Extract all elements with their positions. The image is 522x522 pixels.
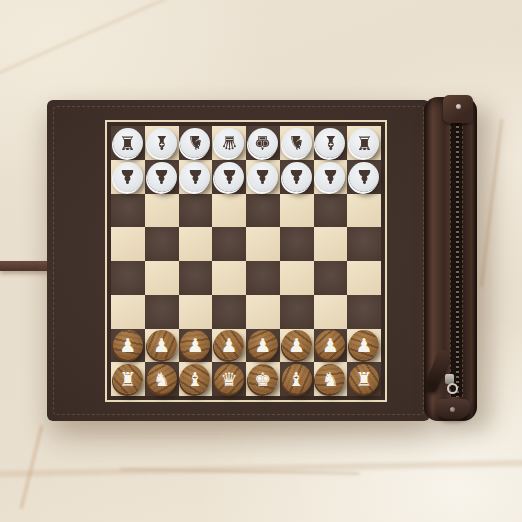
black-p-glyph: ♟ — [187, 167, 204, 186]
square-e8[interactable]: ♚ — [246, 126, 280, 160]
square-d7[interactable]: ♟ — [212, 160, 246, 194]
white-n-glyph: ♞ — [322, 370, 339, 389]
white-p-glyph: ♟ — [322, 336, 339, 355]
square-b3[interactable] — [145, 295, 179, 329]
zipper-ring-icon[interactable] — [447, 383, 458, 394]
square-h6[interactable] — [347, 194, 381, 228]
piece-black-r-a8[interactable]: ♜ — [113, 128, 143, 158]
square-g8[interactable]: ♝ — [314, 126, 348, 160]
piece-black-p-a7[interactable]: ♟ — [113, 162, 143, 192]
square-b8[interactable]: ♝ — [145, 126, 179, 160]
square-c1[interactable]: ♝ — [179, 362, 213, 396]
zipper-track-icon — [450, 121, 463, 397]
square-c2[interactable]: ♟ — [179, 329, 213, 363]
leather-chess-roll-mat: ♜♝♞♛♚♞♝♜♟♟♟♟♟♟♟♟♟♟♟♟♟♟♟♟♜♞♝♛♚♝♞♜ — [47, 100, 430, 421]
piece-white-r-a1[interactable]: ♜ — [113, 364, 143, 394]
marble-vein — [480, 118, 504, 287]
white-p-glyph: ♟ — [119, 336, 136, 355]
square-a7[interactable]: ♟ — [111, 160, 145, 194]
black-k-glyph: ♚ — [254, 133, 271, 152]
square-b7[interactable]: ♟ — [145, 160, 179, 194]
square-d3[interactable] — [212, 295, 246, 329]
piece-black-p-d7[interactable]: ♟ — [214, 162, 244, 192]
marble-vein — [0, 460, 522, 476]
black-r-glyph: ♜ — [119, 133, 136, 152]
square-c5[interactable] — [179, 227, 213, 261]
piece-white-n-g1[interactable]: ♞ — [315, 364, 345, 394]
piece-white-n-b1[interactable]: ♞ — [147, 364, 177, 394]
black-b-glyph: ♝ — [322, 133, 339, 152]
piece-black-q-d8[interactable]: ♛ — [214, 128, 244, 158]
square-g4[interactable] — [314, 261, 348, 295]
square-f5[interactable] — [280, 227, 314, 261]
square-b1[interactable]: ♞ — [145, 362, 179, 396]
square-g6[interactable] — [314, 194, 348, 228]
board-frame: ♜♝♞♛♚♞♝♜♟♟♟♟♟♟♟♟♟♟♟♟♟♟♟♟♜♞♝♛♚♝♞♜ — [105, 120, 387, 402]
square-a8[interactable]: ♜ — [111, 126, 145, 160]
chess-roll-product-photo: ♜♝♞♛♚♞♝♜♟♟♟♟♟♟♟♟♟♟♟♟♟♟♟♟♜♞♝♛♚♝♞♜ — [0, 0, 522, 522]
square-c8[interactable]: ♞ — [179, 126, 213, 160]
square-a5[interactable] — [111, 227, 145, 261]
square-b6[interactable] — [145, 194, 179, 228]
zipper-pouch-tube — [424, 97, 477, 421]
square-e1[interactable]: ♚ — [246, 362, 280, 396]
piece-white-p-e2[interactable]: ♟ — [248, 330, 278, 360]
rivet-icon — [456, 104, 461, 109]
piece-white-p-b2[interactable]: ♟ — [147, 330, 177, 360]
square-h2[interactable]: ♟ — [347, 329, 381, 363]
black-p-glyph: ♟ — [254, 167, 271, 186]
square-g1[interactable]: ♞ — [314, 362, 348, 396]
zipper-top-stop — [443, 95, 473, 123]
white-r-glyph: ♜ — [119, 370, 136, 389]
square-a3[interactable] — [111, 295, 145, 329]
marble-vein — [0, 0, 170, 76]
square-e7[interactable]: ♟ — [246, 160, 280, 194]
square-d8[interactable]: ♛ — [212, 126, 246, 160]
white-b-glyph: ♝ — [187, 370, 204, 389]
white-p-glyph: ♟ — [153, 336, 170, 355]
black-p-glyph: ♟ — [356, 167, 373, 186]
piece-black-p-g7[interactable]: ♟ — [315, 162, 345, 192]
piece-black-p-b7[interactable]: ♟ — [147, 162, 177, 192]
square-h5[interactable] — [347, 227, 381, 261]
square-h4[interactable] — [347, 261, 381, 295]
piece-white-p-h2[interactable]: ♟ — [349, 330, 379, 360]
square-e3[interactable] — [246, 295, 280, 329]
square-d1[interactable]: ♛ — [212, 362, 246, 396]
square-b2[interactable]: ♟ — [145, 329, 179, 363]
square-c4[interactable] — [179, 261, 213, 295]
black-p-glyph: ♟ — [288, 167, 305, 186]
square-d4[interactable] — [212, 261, 246, 295]
marble-vein — [20, 425, 44, 509]
piece-white-p-a2[interactable]: ♟ — [113, 330, 143, 360]
square-h3[interactable] — [347, 295, 381, 329]
square-c6[interactable] — [179, 194, 213, 228]
square-f2[interactable]: ♟ — [280, 329, 314, 363]
piece-white-p-f2[interactable]: ♟ — [282, 330, 312, 360]
black-b-glyph: ♝ — [153, 133, 170, 152]
square-e5[interactable] — [246, 227, 280, 261]
square-f3[interactable] — [280, 295, 314, 329]
piece-white-q-d1[interactable]: ♛ — [214, 364, 244, 394]
square-h1[interactable]: ♜ — [347, 362, 381, 396]
square-f1[interactable]: ♝ — [280, 362, 314, 396]
square-h7[interactable]: ♟ — [347, 160, 381, 194]
white-b-glyph: ♝ — [288, 370, 305, 389]
square-g3[interactable] — [314, 295, 348, 329]
piece-black-b-b8[interactable]: ♝ — [147, 128, 177, 158]
white-n-glyph: ♞ — [153, 370, 170, 389]
square-g7[interactable]: ♟ — [314, 160, 348, 194]
piece-white-b-f1[interactable]: ♝ — [282, 364, 312, 394]
square-h8[interactable]: ♜ — [347, 126, 381, 160]
black-q-glyph: ♛ — [221, 133, 238, 152]
black-p-glyph: ♟ — [322, 167, 339, 186]
square-d6[interactable] — [212, 194, 246, 228]
square-c7[interactable]: ♟ — [179, 160, 213, 194]
rivet-icon — [450, 407, 455, 412]
square-g5[interactable] — [314, 227, 348, 261]
piece-black-p-h7[interactable]: ♟ — [349, 162, 379, 192]
piece-white-p-d2[interactable]: ♟ — [214, 330, 244, 360]
piece-black-p-e7[interactable]: ♟ — [248, 162, 278, 192]
square-a1[interactable]: ♜ — [111, 362, 145, 396]
piece-white-k-e1[interactable]: ♚ — [248, 364, 278, 394]
piece-black-n-c8[interactable]: ♞ — [180, 128, 210, 158]
square-d5[interactable] — [212, 227, 246, 261]
piece-white-r-h1[interactable]: ♜ — [349, 364, 379, 394]
white-p-glyph: ♟ — [221, 336, 238, 355]
piece-black-p-c7[interactable]: ♟ — [180, 162, 210, 192]
black-p-glyph: ♟ — [153, 167, 170, 186]
black-n-glyph: ♞ — [187, 133, 204, 152]
square-f7[interactable]: ♟ — [280, 160, 314, 194]
white-p-glyph: ♟ — [288, 336, 305, 355]
square-e4[interactable] — [246, 261, 280, 295]
piece-black-r-h8[interactable]: ♜ — [349, 128, 379, 158]
square-a6[interactable] — [111, 194, 145, 228]
piece-black-k-e8[interactable]: ♚ — [248, 128, 278, 158]
tie-strap[interactable] — [0, 261, 50, 271]
square-e2[interactable]: ♟ — [246, 329, 280, 363]
black-r-glyph: ♜ — [356, 133, 373, 152]
white-p-glyph: ♟ — [187, 336, 204, 355]
piece-black-n-f8[interactable]: ♞ — [282, 128, 312, 158]
piece-white-p-g2[interactable]: ♟ — [315, 330, 345, 360]
square-b5[interactable] — [145, 227, 179, 261]
square-a4[interactable] — [111, 261, 145, 295]
white-p-glyph: ♟ — [254, 336, 271, 355]
square-a2[interactable]: ♟ — [111, 329, 145, 363]
square-e6[interactable] — [246, 194, 280, 228]
white-q-glyph: ♛ — [221, 370, 238, 389]
black-p-glyph: ♟ — [119, 167, 136, 186]
square-g2[interactable]: ♟ — [314, 329, 348, 363]
white-r-glyph: ♜ — [356, 370, 373, 389]
piece-black-b-g8[interactable]: ♝ — [315, 128, 345, 158]
piece-white-b-c1[interactable]: ♝ — [180, 364, 210, 394]
black-p-glyph: ♟ — [221, 167, 238, 186]
chess-board: ♜♝♞♛♚♞♝♜♟♟♟♟♟♟♟♟♟♟♟♟♟♟♟♟♜♞♝♛♚♝♞♜ — [111, 126, 381, 396]
square-b4[interactable] — [145, 261, 179, 295]
tube-end-cap — [436, 399, 470, 419]
square-c3[interactable] — [179, 295, 213, 329]
square-f8[interactable]: ♞ — [280, 126, 314, 160]
black-n-glyph: ♞ — [288, 133, 305, 152]
square-d2[interactable]: ♟ — [212, 329, 246, 363]
white-p-glyph: ♟ — [356, 336, 373, 355]
square-f4[interactable] — [280, 261, 314, 295]
white-k-glyph: ♚ — [254, 370, 271, 389]
piece-white-p-c2[interactable]: ♟ — [180, 330, 210, 360]
piece-black-p-f7[interactable]: ♟ — [282, 162, 312, 192]
square-f6[interactable] — [280, 194, 314, 228]
